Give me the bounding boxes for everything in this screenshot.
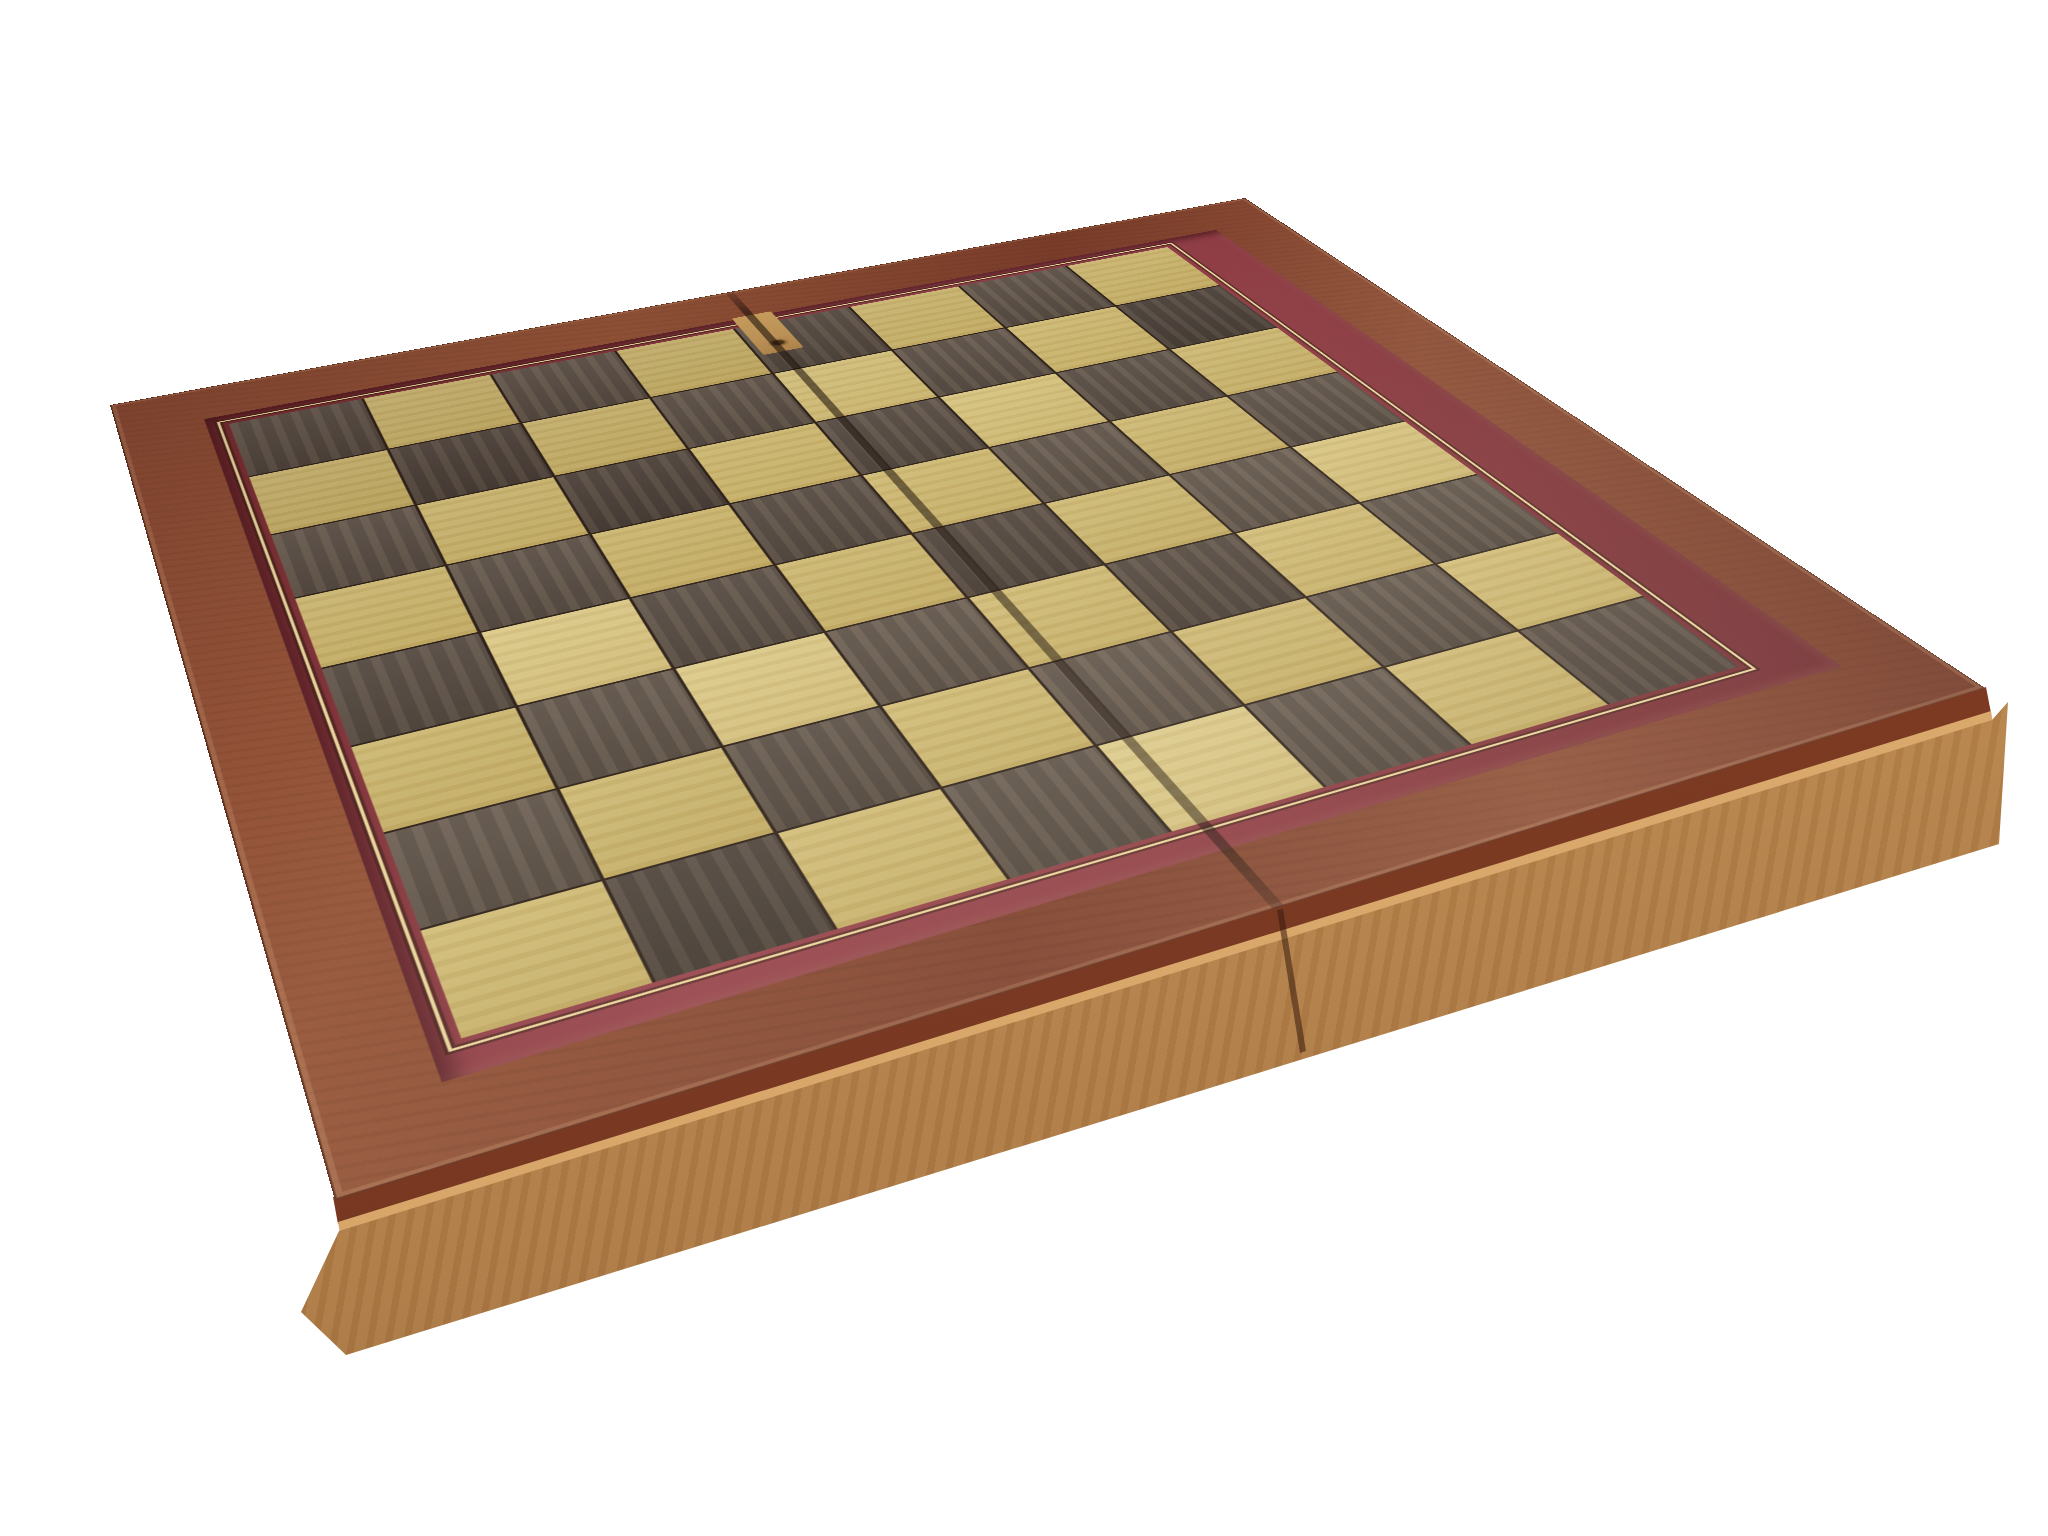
lighting-overlay: [110, 198, 1985, 1200]
chessboard: [110, 198, 1985, 1200]
photo-background: [0, 0, 2048, 1536]
